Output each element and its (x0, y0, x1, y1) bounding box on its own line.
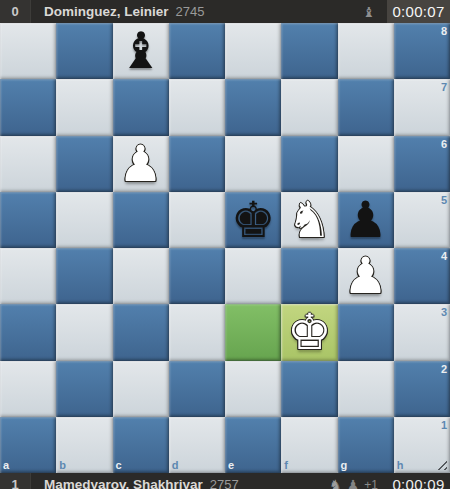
square-f2[interactable] (281, 361, 337, 417)
square-b4[interactable] (56, 248, 112, 304)
coord-file-h: h (397, 460, 404, 471)
top-clock: 0:00:07 (387, 0, 450, 23)
square-b1[interactable]: b (56, 417, 112, 473)
square-c2[interactable] (113, 361, 169, 417)
square-a8[interactable] (0, 23, 56, 79)
material-advantage: +1 (364, 478, 378, 489)
bottom-score-badge: 1 (0, 473, 31, 489)
square-d3[interactable] (169, 304, 225, 360)
coord-rank-6: 6 (441, 139, 447, 150)
square-b5[interactable] (56, 192, 112, 248)
bottom-clock: 0:00:09 (387, 473, 450, 489)
square-a2[interactable] (0, 361, 56, 417)
square-b7[interactable] (56, 79, 112, 135)
square-h5[interactable]: 5 (394, 192, 450, 248)
square-d2[interactable] (169, 361, 225, 417)
square-g7[interactable] (338, 79, 394, 135)
coord-file-b: b (59, 460, 66, 471)
square-h4[interactable]: 4 (394, 248, 450, 304)
white-king-piece[interactable]: ♚ (281, 304, 337, 360)
square-a5[interactable] (0, 192, 56, 248)
square-h6[interactable]: 6 (394, 136, 450, 192)
square-f8[interactable] (281, 23, 337, 79)
white-knight-piece[interactable]: ♞ (281, 192, 337, 248)
coord-file-e: e (228, 460, 234, 471)
coord-file-c: c (116, 460, 122, 471)
square-f6[interactable] (281, 136, 337, 192)
square-a1[interactable]: a (0, 417, 56, 473)
square-c3[interactable] (113, 304, 169, 360)
coord-rank-3: 3 (441, 307, 447, 318)
square-d4[interactable] (169, 248, 225, 304)
square-e1[interactable]: e (225, 417, 281, 473)
square-g5[interactable]: ♟ (338, 192, 394, 248)
square-e3[interactable] (225, 304, 281, 360)
square-b6[interactable] (56, 136, 112, 192)
white-pawn-piece[interactable]: ♟ (338, 248, 394, 304)
square-d1[interactable]: d (169, 417, 225, 473)
square-c1[interactable]: c (113, 417, 169, 473)
square-h8[interactable]: 8 (394, 23, 450, 79)
square-c7[interactable] (113, 79, 169, 135)
square-b2[interactable] (56, 361, 112, 417)
captured-pawn-icon: ♟ (347, 478, 360, 489)
top-player-name: Dominguez, Leinier (44, 4, 169, 19)
square-g2[interactable] (338, 361, 394, 417)
bottom-player-rating: 2757 (210, 477, 239, 489)
square-f5[interactable]: ♞ (281, 192, 337, 248)
square-h7[interactable]: 7 (394, 79, 450, 135)
board: ♝87♟6♚♞♟5♟4♚32abcdefg1h (0, 23, 450, 473)
coord-file-g: g (341, 460, 348, 471)
square-e4[interactable] (225, 248, 281, 304)
square-e7[interactable] (225, 79, 281, 135)
square-e6[interactable] (225, 136, 281, 192)
bottom-player-name: Mamedyarov, Shakhriyar (44, 477, 203, 489)
square-e8[interactable] (225, 23, 281, 79)
coord-file-f: f (284, 460, 288, 471)
square-a7[interactable] (0, 79, 56, 135)
square-b3[interactable] (56, 304, 112, 360)
black-king-piece[interactable]: ♚ (225, 192, 281, 248)
square-b8[interactable] (56, 23, 112, 79)
captured-knight-icon: ♞ (329, 478, 342, 489)
square-a4[interactable] (0, 248, 56, 304)
square-c4[interactable] (113, 248, 169, 304)
square-g6[interactable] (338, 136, 394, 192)
square-a6[interactable] (0, 136, 56, 192)
square-f3[interactable]: ♚ (281, 304, 337, 360)
square-e2[interactable] (225, 361, 281, 417)
coord-file-a: a (3, 460, 9, 471)
square-g1[interactable]: g (338, 417, 394, 473)
coord-rank-5: 5 (441, 195, 447, 206)
square-h3[interactable]: 3 (394, 304, 450, 360)
square-c8[interactable]: ♝ (113, 23, 169, 79)
top-player-rating: 2745 (176, 4, 205, 19)
square-d8[interactable] (169, 23, 225, 79)
square-c5[interactable] (113, 192, 169, 248)
black-pawn-piece[interactable]: ♟ (338, 192, 394, 248)
captured-bishop-icon: ♝ (362, 5, 375, 19)
square-d6[interactable] (169, 136, 225, 192)
square-h2[interactable]: 2 (394, 361, 450, 417)
coord-rank-8: 8 (441, 26, 447, 37)
top-score-badge: 0 (0, 0, 31, 23)
coord-rank-4: 4 (441, 251, 447, 262)
square-e5[interactable]: ♚ (225, 192, 281, 248)
square-g4[interactable]: ♟ (338, 248, 394, 304)
square-f1[interactable]: f (281, 417, 337, 473)
player-bottom-bar: 1 Mamedyarov, Shakhriyar 2757 ♞ ♟ +1 0:0… (0, 473, 450, 489)
square-a3[interactable] (0, 304, 56, 360)
square-f4[interactable] (281, 248, 337, 304)
coord-rank-1: 1 (441, 420, 447, 431)
square-g8[interactable] (338, 23, 394, 79)
coord-rank-2: 2 (441, 364, 447, 375)
white-pawn-piece[interactable]: ♟ (113, 136, 169, 192)
square-g3[interactable] (338, 304, 394, 360)
black-bishop-piece[interactable]: ♝ (113, 23, 169, 79)
square-f7[interactable] (281, 79, 337, 135)
square-c6[interactable]: ♟ (113, 136, 169, 192)
square-d7[interactable] (169, 79, 225, 135)
square-d5[interactable] (169, 192, 225, 248)
player-top-bar: 0 Dominguez, Leinier 2745 ♝ 0:00:07 (0, 0, 450, 23)
coord-rank-7: 7 (441, 82, 447, 93)
coord-file-d: d (172, 460, 179, 471)
